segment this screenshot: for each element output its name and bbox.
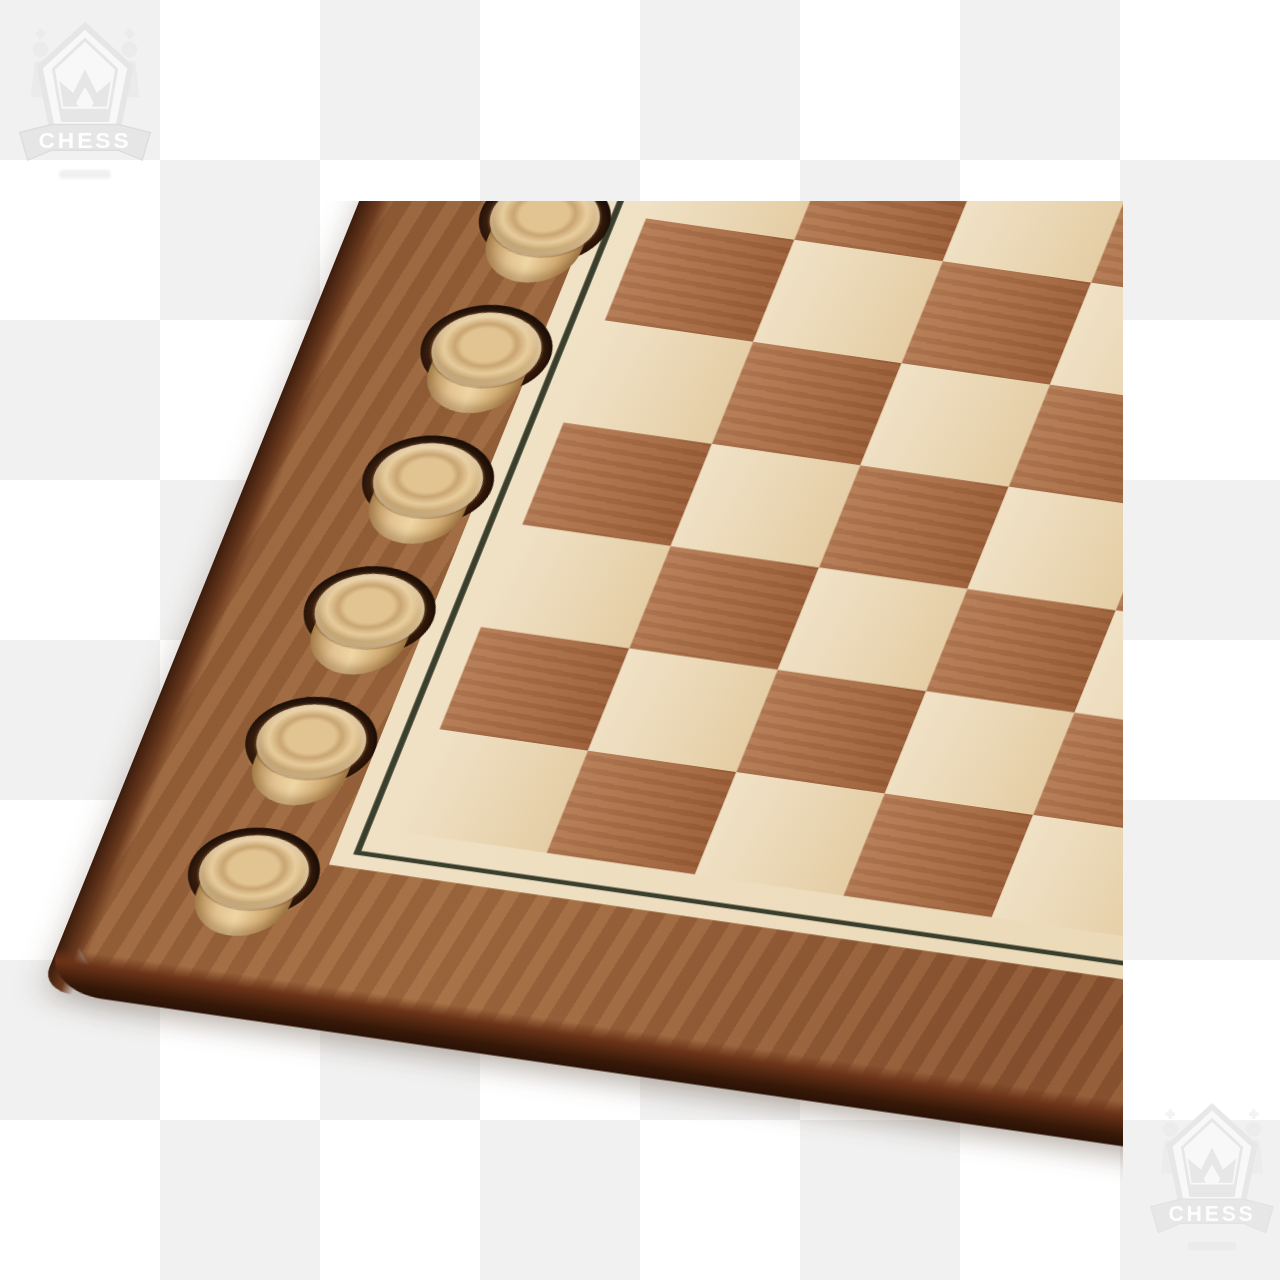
watermark-text: CHESS [1168, 1203, 1255, 1227]
board-square [1091, 180, 1280, 304]
crown-icon [59, 69, 110, 107]
king-silhouette-icon [1161, 1110, 1263, 1174]
crest-inner-outline [1182, 1120, 1241, 1196]
product-image-canvas: { "scene": { "type": "board-game product… [0, 0, 1280, 1280]
board-square [1157, 406, 1280, 530]
board-square [1026, 0, 1216, 78]
board-square [729, 0, 919, 35]
crown-base [1190, 1185, 1234, 1196]
board-square [1240, 202, 1280, 326]
chess-crest-icon: CHESS [1138, 1092, 1280, 1268]
board-square [1182, 734, 1280, 858]
watermark-subtitle-blur [1188, 1242, 1236, 1250]
ribbon-banner [1151, 1199, 1273, 1232]
ribbon-banner [20, 125, 150, 161]
board-square [1140, 836, 1280, 960]
board-square [1133, 78, 1280, 202]
watermark-subtitle-blur [59, 170, 110, 179]
watermark-logo-top-left: CHESS [6, 10, 164, 198]
board-square [1198, 304, 1280, 428]
crown-diamond-icon [1204, 1164, 1221, 1194]
board-square [1223, 632, 1280, 756]
draughts-board [40, 0, 1280, 1275]
crown-icon [1188, 1148, 1236, 1183]
board-bottom-edge [40, 948, 1280, 1275]
watermark-logo-bottom-right: CHESS [1138, 1092, 1280, 1268]
board-square [877, 0, 1067, 57]
board-square [1116, 508, 1280, 632]
watermark-text: CHESS [38, 127, 131, 153]
board-square [836, 35, 1026, 159]
board-square [687, 14, 877, 138]
crown-base [61, 109, 108, 121]
crest-outline [40, 26, 131, 131]
board-square [984, 57, 1174, 181]
board-square [1174, 0, 1280, 100]
crown-diamond-icon [76, 87, 94, 119]
crest-outline [1169, 1107, 1254, 1205]
board-crop-region [0, 0, 1280, 1280]
chess-crest-icon: CHESS [6, 10, 164, 198]
king-silhouette-icon [31, 29, 140, 97]
board-square [1264, 530, 1280, 654]
crest-inner-outline [53, 40, 116, 121]
